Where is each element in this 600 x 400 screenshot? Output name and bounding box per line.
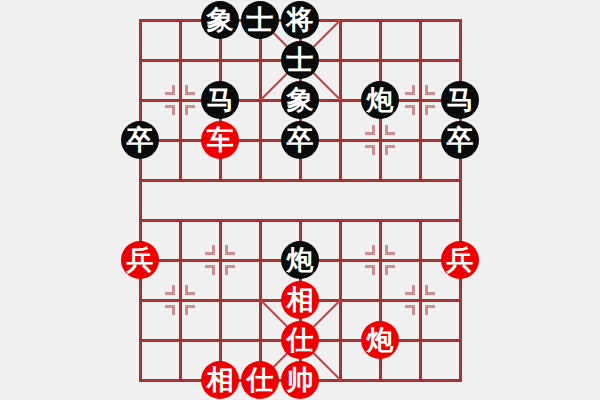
piece-red-advisor[interactable]: 仕: [241, 361, 279, 399]
board-cell[interactable]: [200, 160, 240, 200]
piece-black-horse[interactable]: 马: [201, 81, 239, 119]
board-cell[interactable]: [440, 40, 480, 80]
piece-red-soldier[interactable]: 兵: [441, 241, 479, 279]
board-cell[interactable]: [120, 200, 160, 240]
board-cell[interactable]: [360, 200, 400, 240]
board-cell[interactable]: [320, 240, 360, 280]
piece-black-cannon[interactable]: 炮: [281, 241, 319, 279]
board-cell[interactable]: [440, 200, 480, 240]
board-cell[interactable]: [320, 160, 360, 200]
board-cell[interactable]: [120, 160, 160, 200]
board-cell[interactable]: [120, 40, 160, 80]
piece-red-soldier[interactable]: 兵: [121, 241, 159, 279]
board-cell[interactable]: [160, 40, 200, 80]
board-cell[interactable]: [120, 0, 160, 40]
piece-red-elephant[interactable]: 相: [281, 281, 319, 319]
board-cell[interactable]: [360, 120, 400, 160]
board-cell[interactable]: [200, 320, 240, 360]
board-cell[interactable]: [320, 40, 360, 80]
board-cell[interactable]: [160, 0, 200, 40]
board-cell[interactable]: [400, 0, 440, 40]
board-cell[interactable]: [160, 80, 200, 120]
piece-black-soldier[interactable]: 卒: [441, 121, 479, 159]
piece-black-soldier[interactable]: 卒: [121, 121, 159, 159]
board-cell[interactable]: [240, 120, 280, 160]
board-cell[interactable]: [120, 280, 160, 320]
board-cell[interactable]: [320, 360, 360, 400]
board-cell[interactable]: [400, 80, 440, 120]
board-cell[interactable]: [320, 280, 360, 320]
board-cell[interactable]: [440, 280, 480, 320]
board-cell[interactable]: [400, 360, 440, 400]
board-cell[interactable]: [400, 240, 440, 280]
board-cell[interactable]: [400, 200, 440, 240]
board-cell[interactable]: [120, 360, 160, 400]
board-cell[interactable]: [120, 320, 160, 360]
board-cell[interactable]: [240, 240, 280, 280]
board-cell[interactable]: [360, 40, 400, 80]
board-cell[interactable]: [160, 280, 200, 320]
board-cell[interactable]: [280, 200, 320, 240]
piece-black-soldier[interactable]: 卒: [281, 121, 319, 159]
board-cell[interactable]: [120, 80, 160, 120]
board-cell[interactable]: [400, 160, 440, 200]
board-cell[interactable]: [320, 200, 360, 240]
board-cell[interactable]: [360, 360, 400, 400]
board-cell[interactable]: [440, 160, 480, 200]
board-cell[interactable]: [240, 80, 280, 120]
board-cell[interactable]: [200, 240, 240, 280]
piece-red-general[interactable]: 帅: [281, 361, 319, 399]
board-cell[interactable]: [240, 320, 280, 360]
piece-black-advisor[interactable]: 士: [281, 41, 319, 79]
piece-black-general[interactable]: 将: [281, 1, 319, 39]
board-cell[interactable]: [360, 0, 400, 40]
piece-black-elephant[interactable]: 象: [281, 81, 319, 119]
board-cell[interactable]: [400, 120, 440, 160]
board-cell[interactable]: [160, 120, 200, 160]
board-cell[interactable]: [320, 80, 360, 120]
board-cell[interactable]: [240, 200, 280, 240]
piece-black-elephant[interactable]: 象: [201, 1, 239, 39]
piece-red-chariot[interactable]: 车: [201, 121, 239, 159]
board-cell[interactable]: [240, 40, 280, 80]
board-cell[interactable]: [400, 320, 440, 360]
board-cell[interactable]: [360, 160, 400, 200]
piece-black-horse[interactable]: 马: [441, 81, 479, 119]
board-cell[interactable]: [240, 160, 280, 200]
board-cell[interactable]: [200, 280, 240, 320]
board-cell[interactable]: [160, 240, 200, 280]
board-cell[interactable]: [320, 0, 360, 40]
board-cell[interactable]: [200, 200, 240, 240]
piece-red-advisor[interactable]: 仕: [281, 321, 319, 359]
board-cell[interactable]: [160, 200, 200, 240]
piece-grid: 象士将士马象炮马卒车卒卒兵炮兵相仕炮相仕帅: [120, 0, 480, 400]
board-cell[interactable]: [400, 280, 440, 320]
board-cell[interactable]: [320, 320, 360, 360]
board-cell[interactable]: [160, 160, 200, 200]
board-cell[interactable]: [440, 360, 480, 400]
piece-red-elephant[interactable]: 相: [201, 361, 239, 399]
board-cell[interactable]: [160, 320, 200, 360]
board-cell[interactable]: [360, 280, 400, 320]
piece-black-cannon[interactable]: 炮: [361, 81, 399, 119]
board-cell[interactable]: [240, 280, 280, 320]
board-cell[interactable]: [280, 160, 320, 200]
board-cell[interactable]: [400, 40, 440, 80]
board-cell[interactable]: [440, 320, 480, 360]
piece-red-cannon[interactable]: 炮: [361, 321, 399, 359]
board-cell[interactable]: [160, 360, 200, 400]
piece-black-advisor[interactable]: 士: [241, 1, 279, 39]
board-cell[interactable]: [360, 240, 400, 280]
xiangqi-board: 象士将士马象炮马卒车卒卒兵炮兵相仕炮相仕帅: [0, 0, 600, 400]
board-cell[interactable]: [320, 120, 360, 160]
board-cell[interactable]: [200, 40, 240, 80]
board-cell[interactable]: [440, 0, 480, 40]
